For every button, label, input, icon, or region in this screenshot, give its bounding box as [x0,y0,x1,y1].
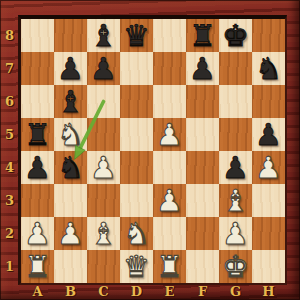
square-h4[interactable]: ♟ [252,151,285,184]
square-e4[interactable] [153,151,186,184]
square-b7[interactable]: ♟ [54,52,87,85]
piece-white-rook[interactable]: ♜ [24,250,51,283]
square-b1[interactable] [54,250,87,283]
rank-label-7: 7 [2,52,17,85]
piece-black-pawn[interactable]: ♟ [222,151,249,184]
square-f3[interactable] [186,184,219,217]
piece-white-pawn[interactable]: ♟ [222,217,249,250]
square-c6[interactable] [87,85,120,118]
rank-label-1: 1 [2,250,17,283]
square-f2[interactable] [186,217,219,250]
square-h8[interactable] [252,19,285,52]
square-d6[interactable] [120,85,153,118]
rank-label-4: 4 [2,151,17,184]
square-g1[interactable]: ♚ [219,250,252,283]
square-h7[interactable]: ♞ [252,52,285,85]
square-e3[interactable]: ♟ [153,184,186,217]
piece-black-knight[interactable]: ♞ [255,52,282,85]
square-b6[interactable]: ♝ [54,85,87,118]
square-h2[interactable] [252,217,285,250]
square-g5[interactable] [219,118,252,151]
square-g3[interactable]: ♝ [219,184,252,217]
square-e2[interactable] [153,217,186,250]
square-f5[interactable] [186,118,219,151]
piece-white-knight[interactable]: ♞ [123,217,150,250]
file-labels: ABCDEFGH [21,284,285,299]
square-a6[interactable] [21,85,54,118]
piece-white-pawn[interactable]: ♟ [90,151,117,184]
piece-white-pawn[interactable]: ♟ [255,151,282,184]
square-a1[interactable]: ♜ [21,250,54,283]
square-d2[interactable]: ♞ [120,217,153,250]
square-g8[interactable]: ♚ [219,19,252,52]
rank-label-2: 2 [2,217,17,250]
file-label-b: B [54,284,87,299]
file-label-d: D [120,284,153,299]
piece-white-rook[interactable]: ♜ [156,250,183,283]
piece-white-pawn[interactable]: ♟ [57,217,84,250]
rank-label-5: 5 [2,118,17,151]
piece-white-pawn[interactable]: ♟ [24,217,51,250]
square-a3[interactable] [21,184,54,217]
rank-label-3: 3 [2,184,17,217]
square-c3[interactable] [87,184,120,217]
board-squares: ♝♛♜♚♟♟♟♞♝♜♞♟♟♟♞♟♟♟♟♝♟♟♝♞♟♜♛♜♚ [21,19,285,283]
file-label-a: A [21,284,54,299]
square-d7[interactable] [120,52,153,85]
file-label-e: E [153,284,186,299]
square-d3[interactable] [120,184,153,217]
square-c2[interactable]: ♝ [87,217,120,250]
square-b2[interactable]: ♟ [54,217,87,250]
piece-white-pawn[interactable]: ♟ [156,184,183,217]
square-e8[interactable] [153,19,186,52]
square-b4[interactable]: ♞ [54,151,87,184]
square-h6[interactable] [252,85,285,118]
chess-board: ♝♛♜♚♟♟♟♞♝♜♞♟♟♟♞♟♟♟♟♝♟♟♝♞♟♜♛♜♚ [18,15,287,285]
file-label-h: H [252,284,285,299]
square-f6[interactable] [186,85,219,118]
square-b5[interactable]: ♞ [54,118,87,151]
square-e1[interactable]: ♜ [153,250,186,283]
square-a4[interactable]: ♟ [21,151,54,184]
piece-black-queen[interactable]: ♛ [123,19,150,52]
rank-labels: 87654321 [2,19,17,283]
square-b8[interactable] [54,19,87,52]
square-a7[interactable] [21,52,54,85]
piece-white-knight[interactable]: ♞ [57,118,84,151]
rank-label-6: 6 [2,85,17,118]
square-d1[interactable]: ♛ [120,250,153,283]
square-g6[interactable] [219,85,252,118]
square-d4[interactable] [120,151,153,184]
square-g4[interactable]: ♟ [219,151,252,184]
square-a5[interactable]: ♜ [21,118,54,151]
piece-black-rook[interactable]: ♜ [24,118,51,151]
rank-label-8: 8 [2,19,17,52]
square-c4[interactable]: ♟ [87,151,120,184]
piece-black-knight[interactable]: ♞ [57,151,84,184]
piece-white-king[interactable]: ♚ [222,250,249,283]
square-f7[interactable]: ♟ [186,52,219,85]
piece-black-bishop[interactable]: ♝ [57,85,84,118]
piece-black-pawn[interactable]: ♟ [189,52,216,85]
square-c7[interactable]: ♟ [87,52,120,85]
file-label-c: C [87,284,120,299]
square-g2[interactable]: ♟ [219,217,252,250]
square-f4[interactable] [186,151,219,184]
square-c8[interactable]: ♝ [87,19,120,52]
piece-black-bishop[interactable]: ♝ [90,19,117,52]
piece-black-pawn[interactable]: ♟ [255,118,282,151]
piece-black-king[interactable]: ♚ [222,19,249,52]
file-label-f: F [186,284,219,299]
piece-black-pawn[interactable]: ♟ [57,52,84,85]
square-c1[interactable] [87,250,120,283]
board-frame: 87654321 ABCDEFGH ♝♛♜♚♟♟♟♞♝♜♞♟♟♟♞♟♟♟♟♝♟♟… [0,0,300,300]
square-h3[interactable] [252,184,285,217]
square-e7[interactable] [153,52,186,85]
square-e5[interactable]: ♟ [153,118,186,151]
square-h5[interactable]: ♟ [252,118,285,151]
square-g7[interactable] [219,52,252,85]
piece-white-pawn[interactable]: ♟ [156,118,183,151]
square-a8[interactable] [21,19,54,52]
piece-white-bishop[interactable]: ♝ [90,217,117,250]
piece-black-rook[interactable]: ♜ [189,19,216,52]
piece-white-bishop[interactable]: ♝ [222,184,249,217]
file-label-g: G [219,284,252,299]
square-e6[interactable] [153,85,186,118]
square-f8[interactable]: ♜ [186,19,219,52]
square-a2[interactable]: ♟ [21,217,54,250]
square-b3[interactable] [54,184,87,217]
piece-black-pawn[interactable]: ♟ [24,151,51,184]
piece-white-queen[interactable]: ♛ [123,250,150,283]
square-c5[interactable] [87,118,120,151]
square-d8[interactable]: ♛ [120,19,153,52]
square-d5[interactable] [120,118,153,151]
square-h1[interactable] [252,250,285,283]
square-f1[interactable] [186,250,219,283]
piece-black-pawn[interactable]: ♟ [90,52,117,85]
